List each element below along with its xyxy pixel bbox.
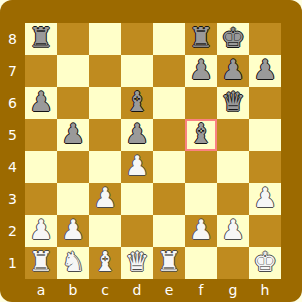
rank-label-8: 8: [0, 23, 25, 55]
square-b1[interactable]: ♞: [57, 247, 89, 279]
square-g5[interactable]: [217, 119, 249, 151]
file-label-b: b: [57, 279, 89, 302]
black-pawn[interactable]: ♟: [125, 118, 149, 150]
square-f1[interactable]: [185, 247, 217, 279]
white-pawn[interactable]: ♟: [93, 182, 117, 214]
file-label-g: g: [217, 279, 249, 302]
white-pawn[interactable]: ♟: [221, 214, 245, 246]
square-a1[interactable]: ♜: [25, 247, 57, 279]
black-bishop[interactable]: ♝: [189, 118, 213, 150]
rank-label-2: 2: [0, 215, 25, 247]
square-c5[interactable]: [89, 119, 121, 151]
file-label-c: c: [89, 279, 121, 302]
rank-label-1: 1: [0, 247, 25, 279]
square-h5[interactable]: [249, 119, 281, 151]
square-a7[interactable]: [25, 55, 57, 87]
square-h7[interactable]: ♟: [249, 55, 281, 87]
square-d1[interactable]: ♛: [121, 247, 153, 279]
square-d5[interactable]: ♟: [121, 119, 153, 151]
square-e2[interactable]: [153, 215, 185, 247]
square-f6[interactable]: [185, 87, 217, 119]
white-queen[interactable]: ♛: [125, 246, 149, 278]
square-d8[interactable]: [121, 23, 153, 55]
square-e1[interactable]: ♜: [153, 247, 185, 279]
white-pawn[interactable]: ♟: [125, 150, 149, 182]
square-d7[interactable]: [121, 55, 153, 87]
square-d4[interactable]: ♟: [121, 151, 153, 183]
square-c8[interactable]: [89, 23, 121, 55]
square-b4[interactable]: [57, 151, 89, 183]
square-g8[interactable]: ♚: [217, 23, 249, 55]
black-pawn[interactable]: ♟: [61, 118, 85, 150]
square-c4[interactable]: [89, 151, 121, 183]
square-g1[interactable]: [217, 247, 249, 279]
black-bishop[interactable]: ♝: [125, 86, 149, 118]
white-rook[interactable]: ♜: [157, 246, 181, 278]
black-queen[interactable]: ♛: [221, 86, 245, 118]
white-bishop[interactable]: ♝: [93, 246, 117, 278]
square-f2[interactable]: ♟: [185, 215, 217, 247]
square-b8[interactable]: [57, 23, 89, 55]
file-label-h: h: [249, 279, 281, 302]
square-f4[interactable]: [185, 151, 217, 183]
square-e5[interactable]: [153, 119, 185, 151]
square-c2[interactable]: [89, 215, 121, 247]
black-rook[interactable]: ♜: [29, 22, 53, 54]
white-pawn[interactable]: ♟: [29, 214, 53, 246]
square-c1[interactable]: ♝: [89, 247, 121, 279]
white-king[interactable]: ♚: [253, 246, 277, 278]
black-pawn[interactable]: ♟: [189, 54, 213, 86]
square-e8[interactable]: [153, 23, 185, 55]
white-pawn[interactable]: ♟: [61, 214, 85, 246]
square-g2[interactable]: ♟: [217, 215, 249, 247]
black-rook[interactable]: ♜: [189, 22, 213, 54]
square-h6[interactable]: [249, 87, 281, 119]
square-g4[interactable]: [217, 151, 249, 183]
rank-label-4: 4: [0, 151, 25, 183]
square-g3[interactable]: [217, 183, 249, 215]
file-label-f: f: [185, 279, 217, 302]
white-knight[interactable]: ♞: [61, 246, 85, 278]
rank-label-3: 3: [0, 183, 25, 215]
square-f8[interactable]: ♜: [185, 23, 217, 55]
square-f7[interactable]: ♟: [185, 55, 217, 87]
square-f3[interactable]: [185, 183, 217, 215]
square-h1[interactable]: ♚: [249, 247, 281, 279]
square-h3[interactable]: ♟: [249, 183, 281, 215]
square-a6[interactable]: ♟: [25, 87, 57, 119]
file-labels: abcdefgh: [25, 279, 281, 302]
square-f5[interactable]: ♝: [185, 119, 217, 151]
square-e3[interactable]: [153, 183, 185, 215]
square-c7[interactable]: [89, 55, 121, 87]
square-e7[interactable]: [153, 55, 185, 87]
file-label-e: e: [153, 279, 185, 302]
square-a5[interactable]: [25, 119, 57, 151]
white-rook[interactable]: ♜: [29, 246, 53, 278]
rank-label-7: 7: [0, 55, 25, 87]
square-a3[interactable]: [25, 183, 57, 215]
square-e6[interactable]: [153, 87, 185, 119]
square-d6[interactable]: ♝: [121, 87, 153, 119]
square-d2[interactable]: [121, 215, 153, 247]
square-a8[interactable]: ♜: [25, 23, 57, 55]
rank-label-5: 5: [0, 119, 25, 151]
square-c3[interactable]: ♟: [89, 183, 121, 215]
black-pawn[interactable]: ♟: [253, 54, 277, 86]
square-b5[interactable]: ♟: [57, 119, 89, 151]
black-pawn[interactable]: ♟: [221, 54, 245, 86]
rank-label-6: 6: [0, 87, 25, 119]
square-h2[interactable]: [249, 215, 281, 247]
black-king[interactable]: ♚: [221, 22, 245, 54]
square-g7[interactable]: ♟: [217, 55, 249, 87]
square-b7[interactable]: [57, 55, 89, 87]
white-pawn[interactable]: ♟: [253, 182, 277, 214]
file-label-d: d: [121, 279, 153, 302]
square-b6[interactable]: [57, 87, 89, 119]
square-c6[interactable]: [89, 87, 121, 119]
chess-board: ♜♜♚♟♟♟♟♝♛♟♟♝♟♟♟♟♟♟♟♜♞♝♛♜♚: [25, 23, 281, 279]
square-h8[interactable]: [249, 23, 281, 55]
file-label-a: a: [25, 279, 57, 302]
black-pawn[interactable]: ♟: [29, 86, 53, 118]
rank-labels: 87654321: [0, 23, 25, 279]
square-e4[interactable]: [153, 151, 185, 183]
white-pawn[interactable]: ♟: [189, 214, 213, 246]
square-a4[interactable]: [25, 151, 57, 183]
square-d3[interactable]: [121, 183, 153, 215]
square-g6[interactable]: ♛: [217, 87, 249, 119]
square-h4[interactable]: [249, 151, 281, 183]
square-a2[interactable]: ♟: [25, 215, 57, 247]
chess-board-frame: 87654321 ♜♜♚♟♟♟♟♝♛♟♟♝♟♟♟♟♟♟♟♜♞♝♛♜♚ abcde…: [0, 0, 302, 302]
square-b2[interactable]: ♟: [57, 215, 89, 247]
square-b3[interactable]: [57, 183, 89, 215]
